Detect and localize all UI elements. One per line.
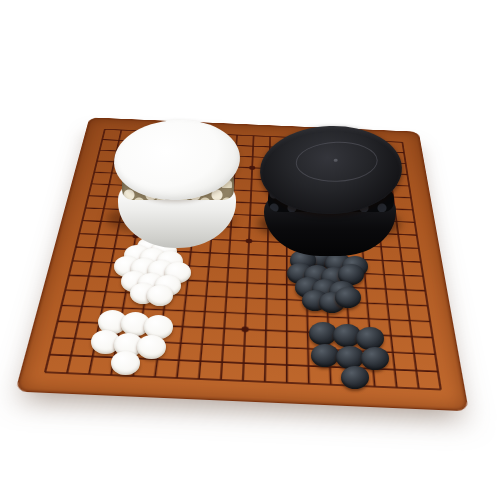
- black-stone: [341, 366, 369, 389]
- go-set-product-photo: [0, 0, 500, 500]
- black-stones-bowl: [262, 126, 400, 238]
- black-bowl-lid-ring: [295, 140, 378, 183]
- white-stone: [111, 351, 140, 375]
- loose-stones-layer: [0, 0, 500, 500]
- black-stone: [356, 327, 384, 350]
- white-stone: [137, 335, 166, 359]
- white-stones-bowl: [116, 122, 240, 232]
- black-stone: [335, 287, 361, 308]
- black-stone: [361, 347, 389, 370]
- black-stone: [311, 344, 339, 367]
- black-stone: [336, 346, 364, 369]
- white-stone: [147, 285, 173, 306]
